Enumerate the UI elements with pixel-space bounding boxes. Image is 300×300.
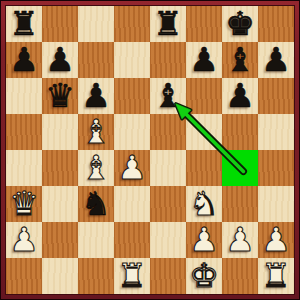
square-f1[interactable]: ♚ <box>186 258 222 294</box>
square-d5[interactable] <box>114 114 150 150</box>
piece-black-pawn[interactable]: ♟ <box>42 42 78 78</box>
square-c8[interactable] <box>78 6 114 42</box>
square-d8[interactable] <box>114 6 150 42</box>
square-e1[interactable] <box>150 258 186 294</box>
square-g7[interactable]: ♝ <box>222 42 258 78</box>
square-f7[interactable]: ♟ <box>186 42 222 78</box>
square-c5[interactable]: ♝ <box>78 114 114 150</box>
square-e6[interactable]: ♝ <box>150 78 186 114</box>
board-grid: ♜♜♚♟♟♟♝♟♛♟♝♟♝♝♟♛♞♞♟♟♟♟♜♚♜ <box>6 6 294 294</box>
square-a1[interactable] <box>6 258 42 294</box>
square-c6[interactable]: ♟ <box>78 78 114 114</box>
piece-white-rook[interactable]: ♜ <box>258 258 294 294</box>
square-b5[interactable] <box>42 114 78 150</box>
piece-black-bishop[interactable]: ♝ <box>150 78 186 114</box>
square-b4[interactable] <box>42 150 78 186</box>
square-a8[interactable]: ♜ <box>6 6 42 42</box>
square-b8[interactable] <box>42 6 78 42</box>
square-e3[interactable] <box>150 186 186 222</box>
piece-black-pawn[interactable]: ♟ <box>6 42 42 78</box>
square-d6[interactable] <box>114 78 150 114</box>
square-g8[interactable]: ♚ <box>222 6 258 42</box>
square-d3[interactable] <box>114 186 150 222</box>
square-h2[interactable]: ♟ <box>258 222 294 258</box>
square-b2[interactable] <box>42 222 78 258</box>
square-g6[interactable]: ♟ <box>222 78 258 114</box>
square-e8[interactable]: ♜ <box>150 6 186 42</box>
piece-white-bishop[interactable]: ♝ <box>78 114 114 150</box>
piece-black-pawn[interactable]: ♟ <box>258 42 294 78</box>
square-a3[interactable]: ♛ <box>6 186 42 222</box>
square-a6[interactable] <box>6 78 42 114</box>
square-c4[interactable]: ♝ <box>78 150 114 186</box>
square-c1[interactable] <box>78 258 114 294</box>
square-g3[interactable] <box>222 186 258 222</box>
piece-black-queen[interactable]: ♛ <box>42 78 78 114</box>
square-h6[interactable] <box>258 78 294 114</box>
square-b6[interactable]: ♛ <box>42 78 78 114</box>
piece-black-rook[interactable]: ♜ <box>6 6 42 42</box>
square-f6[interactable] <box>186 78 222 114</box>
square-a2[interactable]: ♟ <box>6 222 42 258</box>
piece-white-rook[interactable]: ♜ <box>114 258 150 294</box>
square-h1[interactable]: ♜ <box>258 258 294 294</box>
square-b7[interactable]: ♟ <box>42 42 78 78</box>
piece-black-pawn[interactable]: ♟ <box>186 42 222 78</box>
square-d7[interactable] <box>114 42 150 78</box>
square-g5[interactable] <box>222 114 258 150</box>
square-f8[interactable] <box>186 6 222 42</box>
square-f2[interactable]: ♟ <box>186 222 222 258</box>
piece-black-bishop[interactable]: ♝ <box>222 42 258 78</box>
square-d2[interactable] <box>114 222 150 258</box>
piece-white-bishop[interactable]: ♝ <box>78 150 114 186</box>
square-b1[interactable] <box>42 258 78 294</box>
chess-board: ♜♜♚♟♟♟♝♟♛♟♝♟♝♝♟♛♞♞♟♟♟♟♜♚♜ <box>0 0 300 300</box>
piece-white-pawn[interactable]: ♟ <box>6 222 42 258</box>
square-c2[interactable] <box>78 222 114 258</box>
square-h4[interactable] <box>258 150 294 186</box>
square-f5[interactable] <box>186 114 222 150</box>
piece-black-knight[interactable]: ♞ <box>78 186 114 222</box>
square-e4[interactable] <box>150 150 186 186</box>
square-e5[interactable] <box>150 114 186 150</box>
square-a7[interactable]: ♟ <box>6 42 42 78</box>
square-h8[interactable] <box>258 6 294 42</box>
piece-black-king[interactable]: ♚ <box>222 6 258 42</box>
square-b3[interactable] <box>42 186 78 222</box>
square-e7[interactable] <box>150 42 186 78</box>
square-e2[interactable] <box>150 222 186 258</box>
square-c7[interactable] <box>78 42 114 78</box>
square-a5[interactable] <box>6 114 42 150</box>
square-h7[interactable]: ♟ <box>258 42 294 78</box>
square-a4[interactable] <box>6 150 42 186</box>
piece-black-rook[interactable]: ♜ <box>150 6 186 42</box>
square-g2[interactable]: ♟ <box>222 222 258 258</box>
highlighted-square-g4[interactable] <box>222 150 258 186</box>
square-d4[interactable]: ♟ <box>114 150 150 186</box>
square-h5[interactable] <box>258 114 294 150</box>
square-f3[interactable]: ♞ <box>186 186 222 222</box>
square-h3[interactable] <box>258 186 294 222</box>
piece-white-pawn[interactable]: ♟ <box>222 222 258 258</box>
piece-white-pawn[interactable]: ♟ <box>114 150 150 186</box>
square-d1[interactable]: ♜ <box>114 258 150 294</box>
piece-white-knight[interactable]: ♞ <box>186 186 222 222</box>
piece-white-pawn[interactable]: ♟ <box>258 222 294 258</box>
piece-white-pawn[interactable]: ♟ <box>186 222 222 258</box>
piece-white-king[interactable]: ♚ <box>186 258 222 294</box>
piece-black-pawn[interactable]: ♟ <box>78 78 114 114</box>
square-c3[interactable]: ♞ <box>78 186 114 222</box>
square-g1[interactable] <box>222 258 258 294</box>
piece-white-queen[interactable]: ♛ <box>6 186 42 222</box>
piece-black-pawn[interactable]: ♟ <box>222 78 258 114</box>
square-f4[interactable] <box>186 150 222 186</box>
